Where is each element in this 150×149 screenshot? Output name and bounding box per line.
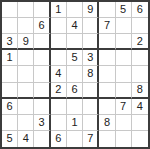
cell-r4c7[interactable]: [99, 50, 115, 66]
cell-r5c8[interactable]: [116, 66, 132, 82]
cell-r8c3: 3: [34, 115, 50, 131]
cell-r5c1[interactable]: [2, 66, 18, 82]
cell-r3c3[interactable]: [34, 34, 50, 50]
cell-r8c6[interactable]: [83, 115, 99, 131]
cell-r3c8[interactable]: [116, 34, 132, 50]
cell-r8c7: 8: [99, 115, 115, 131]
cell-r5c2[interactable]: [18, 66, 34, 82]
cell-r9c6: 7: [83, 131, 99, 147]
cell-r1c5[interactable]: [67, 2, 83, 18]
cell-r9c9[interactable]: [132, 131, 148, 147]
cell-r4c5: 5: [67, 50, 83, 66]
cell-r9c1: 5: [2, 131, 18, 147]
cell-r7c4[interactable]: [51, 99, 67, 115]
cell-r6c7[interactable]: [99, 83, 115, 99]
cell-r6c9: 8: [132, 83, 148, 99]
cell-r5c5[interactable]: [67, 66, 83, 82]
cell-r1c7[interactable]: [99, 2, 115, 18]
cell-r6c4: 2: [51, 83, 67, 99]
cell-r4c6: 3: [83, 50, 99, 66]
cell-r1c2[interactable]: [18, 2, 34, 18]
cell-r2c8[interactable]: [116, 18, 132, 34]
cell-r7c5[interactable]: [67, 99, 83, 115]
cell-r8c1[interactable]: [2, 115, 18, 131]
cell-r5c9[interactable]: [132, 66, 148, 82]
cell-r3c4[interactable]: [51, 34, 67, 50]
cell-r9c7[interactable]: [99, 131, 115, 147]
cell-r5c7[interactable]: [99, 66, 115, 82]
cell-r1c3[interactable]: [34, 2, 50, 18]
cell-r7c1: 6: [2, 99, 18, 115]
cell-r1c1[interactable]: [2, 2, 18, 18]
cell-r7c8: 7: [116, 99, 132, 115]
cell-r7c3[interactable]: [34, 99, 50, 115]
cell-r9c4: 6: [51, 131, 67, 147]
cell-r8c8[interactable]: [116, 115, 132, 131]
cell-r1c9: 6: [132, 2, 148, 18]
cell-r8c5: 1: [67, 115, 83, 131]
cell-r4c4[interactable]: [51, 50, 67, 66]
cell-r9c3[interactable]: [34, 131, 50, 147]
cell-r2c4[interactable]: [51, 18, 67, 34]
cell-r5c4: 4: [51, 66, 67, 82]
cell-r8c2[interactable]: [18, 115, 34, 131]
cell-r6c5: 6: [67, 83, 83, 99]
cell-r4c9[interactable]: [132, 50, 148, 66]
cell-r6c2[interactable]: [18, 83, 34, 99]
cell-r2c9[interactable]: [132, 18, 148, 34]
cell-r5c3[interactable]: [34, 66, 50, 82]
cell-r1c4: 1: [51, 2, 67, 18]
cell-r3c7[interactable]: [99, 34, 115, 50]
cell-r7c7[interactable]: [99, 99, 115, 115]
cell-r2c3: 6: [34, 18, 50, 34]
cell-r5c6: 8: [83, 66, 99, 82]
cell-r3c9: 2: [132, 34, 148, 50]
cell-r4c2[interactable]: [18, 50, 34, 66]
cell-r3c5[interactable]: [67, 34, 83, 50]
cell-r2c2[interactable]: [18, 18, 34, 34]
cell-r4c1: 1: [2, 50, 18, 66]
cell-r3c6[interactable]: [83, 34, 99, 50]
cell-r6c3[interactable]: [34, 83, 50, 99]
sudoku-board: 1956647392153482686743185467: [0, 0, 150, 149]
cell-r6c8[interactable]: [116, 83, 132, 99]
cell-r7c6[interactable]: [83, 99, 99, 115]
cell-r4c8[interactable]: [116, 50, 132, 66]
cell-r2c5: 4: [67, 18, 83, 34]
cell-r8c4[interactable]: [51, 115, 67, 131]
cell-r6c1[interactable]: [2, 83, 18, 99]
cell-r8c9[interactable]: [132, 115, 148, 131]
cell-r3c2: 9: [18, 34, 34, 50]
cell-r9c2: 4: [18, 131, 34, 147]
cell-r7c9: 4: [132, 99, 148, 115]
cell-r7c2[interactable]: [18, 99, 34, 115]
cell-r6c6[interactable]: [83, 83, 99, 99]
cell-r9c5[interactable]: [67, 131, 83, 147]
cell-r9c8[interactable]: [116, 131, 132, 147]
cell-r1c8: 5: [116, 2, 132, 18]
cell-r1c6: 9: [83, 2, 99, 18]
cell-r2c1[interactable]: [2, 18, 18, 34]
cell-r3c1: 3: [2, 34, 18, 50]
cell-r4c3[interactable]: [34, 50, 50, 66]
cell-r2c7: 7: [99, 18, 115, 34]
cell-r2c6[interactable]: [83, 18, 99, 34]
